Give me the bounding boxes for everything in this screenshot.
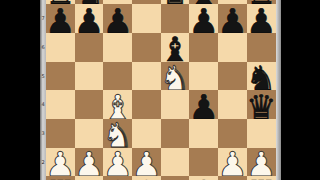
square-d6[interactable] <box>132 33 161 62</box>
square-g5[interactable] <box>218 62 247 91</box>
square-h1[interactable]: ♜ <box>247 176 276 180</box>
square-e3[interactable] <box>161 119 190 148</box>
white-rook[interactable]: ♜ <box>246 176 276 180</box>
square-f3[interactable] <box>189 119 218 148</box>
board: ♜♞♚♝♜♟♟♟♟♟♟♝♞♞♝♟♛♞♟♟♟♟♟♟♜♝♛♚♜ <box>46 0 276 180</box>
square-b2[interactable]: ♟ <box>75 148 104 177</box>
square-a1[interactable]: ♜ <box>46 176 75 180</box>
square-h7[interactable]: ♟ <box>247 4 276 33</box>
square-b6[interactable] <box>75 33 104 62</box>
white-pawn[interactable]: ♟ <box>217 147 247 180</box>
rank-label-5: 5 <box>41 66 45 87</box>
white-rook[interactable]: ♜ <box>45 176 75 180</box>
square-e4[interactable] <box>161 90 190 119</box>
square-e1[interactable] <box>161 176 190 180</box>
square-a5[interactable] <box>46 62 75 91</box>
square-a6[interactable] <box>46 33 75 62</box>
square-b1[interactable] <box>75 176 104 180</box>
square-f6[interactable] <box>189 33 218 62</box>
board-frame: 87654321 ♜♞♚♝♜♟♟♟♟♟♟♝♞♞♝♟♛♞♟♟♟♟♟♟♜♝♛♚♜ <box>40 0 281 180</box>
white-bishop[interactable]: ♝ <box>102 176 132 180</box>
square-f7[interactable]: ♟ <box>189 4 218 33</box>
square-g7[interactable]: ♟ <box>218 4 247 33</box>
square-g2[interactable]: ♟ <box>218 148 247 177</box>
square-f1[interactable]: ♚ <box>189 176 218 180</box>
square-h4[interactable]: ♛ <box>247 90 276 119</box>
square-d4[interactable] <box>132 90 161 119</box>
rank-label-3: 3 <box>41 123 45 144</box>
square-c1[interactable]: ♝ <box>103 176 132 180</box>
rank-label-4: 4 <box>41 94 45 115</box>
square-b4[interactable] <box>75 90 104 119</box>
square-d1[interactable]: ♛ <box>132 176 161 180</box>
square-c7[interactable]: ♟ <box>103 4 132 33</box>
white-pawn[interactable]: ♟ <box>74 147 104 180</box>
white-king[interactable]: ♚ <box>189 176 219 180</box>
square-b5[interactable] <box>75 62 104 91</box>
square-b7[interactable]: ♟ <box>75 4 104 33</box>
square-a7[interactable]: ♟ <box>46 4 75 33</box>
white-queen[interactable]: ♛ <box>131 176 161 180</box>
square-d7[interactable] <box>132 4 161 33</box>
square-c6[interactable] <box>103 33 132 62</box>
square-e5[interactable]: ♞ <box>161 62 190 91</box>
square-f4[interactable]: ♟ <box>189 90 218 119</box>
square-g6[interactable] <box>218 33 247 62</box>
square-g1[interactable] <box>218 176 247 180</box>
chess-diagram: 87654321 ♜♞♚♝♜♟♟♟♟♟♟♝♞♞♝♟♛♞♟♟♟♟♟♟♜♝♛♚♜ <box>0 0 320 180</box>
square-e2[interactable] <box>161 148 190 177</box>
square-g4[interactable] <box>218 90 247 119</box>
square-a4[interactable] <box>46 90 75 119</box>
square-d5[interactable] <box>132 62 161 91</box>
